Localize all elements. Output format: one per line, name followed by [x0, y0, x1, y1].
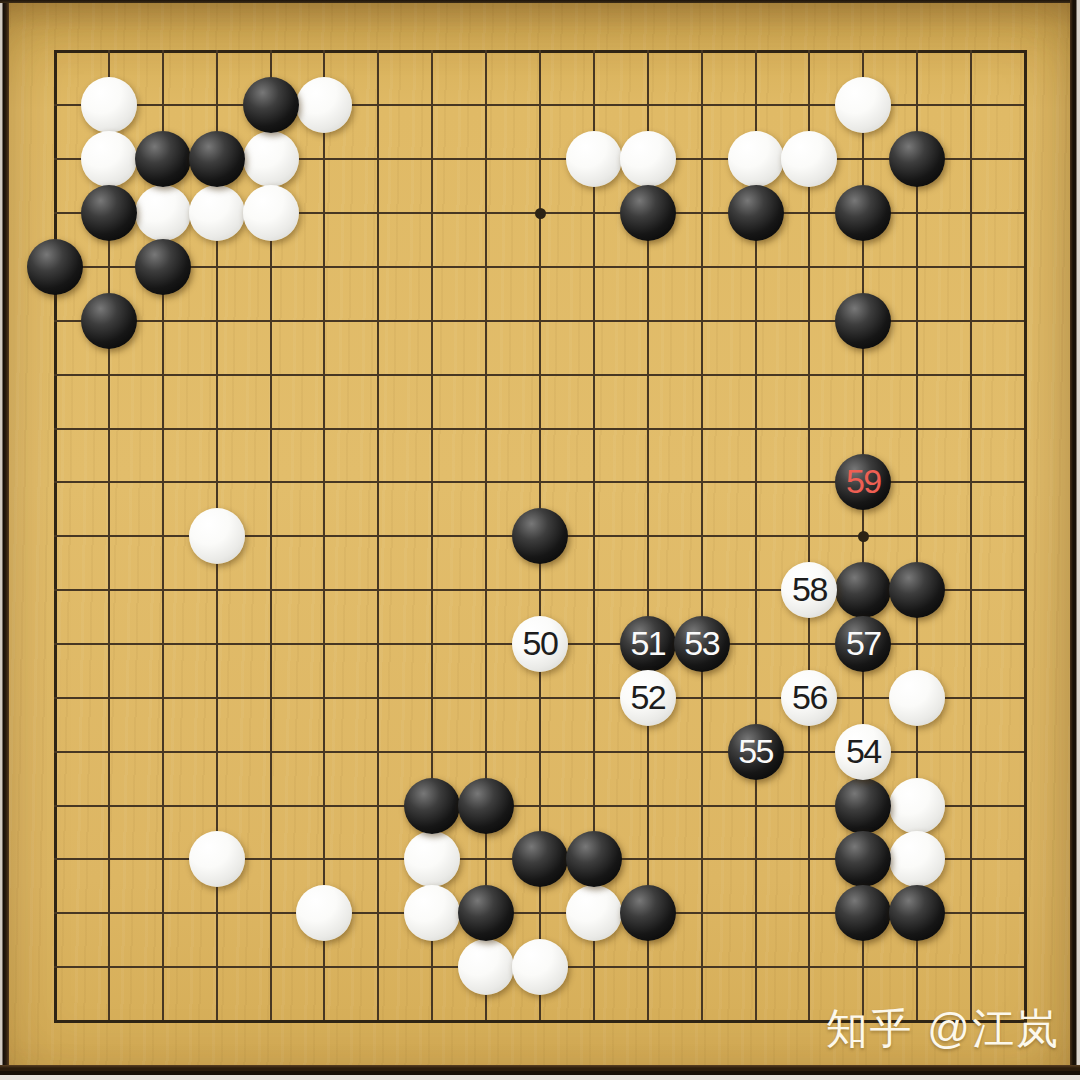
- star-point: [858, 531, 869, 542]
- white-stone-move-56: 56: [781, 670, 837, 726]
- black-stone: [243, 77, 299, 133]
- go-board-diagram: 50515253545556575859 知乎 @江岚: [0, 0, 1080, 1080]
- star-point: [535, 208, 546, 219]
- black-stone: [835, 885, 891, 941]
- move-number-label: 54: [846, 734, 881, 768]
- white-stone: [889, 831, 945, 887]
- move-number-label: 58: [792, 572, 827, 606]
- black-stone-move-57: 57: [835, 616, 891, 672]
- white-stone-move-52: 52: [620, 670, 676, 726]
- white-stone: [566, 885, 622, 941]
- white-stone: [566, 131, 622, 187]
- black-stone: [835, 293, 891, 349]
- grid-line-vertical: [1024, 50, 1027, 1023]
- grid-line-vertical: [970, 50, 972, 1023]
- white-stone: [243, 131, 299, 187]
- move-number-label: 52: [630, 680, 665, 714]
- black-stone-move-53: 53: [674, 616, 730, 672]
- white-stone: [404, 885, 460, 941]
- black-stone: [512, 831, 568, 887]
- white-stone: [404, 831, 460, 887]
- white-stone: [296, 77, 352, 133]
- move-number-label: 56: [792, 680, 827, 714]
- white-stone-move-50: 50: [512, 616, 568, 672]
- move-number-label: 57: [846, 626, 881, 660]
- white-stone: [889, 670, 945, 726]
- black-stone-move-55: 55: [728, 724, 784, 780]
- grid-line-vertical: [808, 50, 810, 1023]
- white-stone: [189, 831, 245, 887]
- white-stone: [835, 77, 891, 133]
- black-stone: [27, 239, 83, 295]
- black-stone: [620, 885, 676, 941]
- black-stone: [189, 131, 245, 187]
- white-stone: [889, 778, 945, 834]
- black-stone-move-51: 51: [620, 616, 676, 672]
- move-number-label: 59: [846, 464, 881, 498]
- move-number-label: 50: [523, 626, 558, 660]
- grid-line-horizontal: [54, 697, 1027, 699]
- black-stone: [458, 885, 514, 941]
- white-stone: [296, 885, 352, 941]
- black-stone: [81, 185, 137, 241]
- black-stone: [728, 185, 784, 241]
- white-stone: [135, 185, 191, 241]
- black-stone-move-59: 59: [835, 454, 891, 510]
- white-stone-move-58: 58: [781, 562, 837, 618]
- black-stone: [620, 185, 676, 241]
- black-stone: [404, 778, 460, 834]
- black-stone: [889, 131, 945, 187]
- white-stone: [243, 185, 299, 241]
- white-stone: [458, 939, 514, 995]
- black-stone: [135, 239, 191, 295]
- white-stone: [81, 77, 137, 133]
- black-stone: [566, 831, 622, 887]
- watermark-text: 知乎 @江岚: [826, 1005, 1060, 1052]
- board-frame-bottom: [0, 1065, 1080, 1080]
- white-stone: [512, 939, 568, 995]
- black-stone: [835, 185, 891, 241]
- white-stone: [781, 131, 837, 187]
- black-stone: [835, 831, 891, 887]
- move-number-label: 51: [630, 626, 665, 660]
- white-stone: [189, 508, 245, 564]
- white-stone: [81, 131, 137, 187]
- white-stone: [620, 131, 676, 187]
- black-stone: [835, 562, 891, 618]
- white-stone-move-54: 54: [835, 724, 891, 780]
- black-stone: [458, 778, 514, 834]
- black-stone: [889, 885, 945, 941]
- move-number-label: 55: [738, 734, 773, 768]
- black-stone: [889, 562, 945, 618]
- move-number-label: 53: [684, 626, 719, 660]
- black-stone: [135, 131, 191, 187]
- board-frame-right: [1070, 0, 1080, 1080]
- black-stone: [81, 293, 137, 349]
- board-frame-top: [0, 0, 1080, 3]
- grid-line-vertical: [701, 50, 703, 1023]
- white-stone: [189, 185, 245, 241]
- black-stone: [512, 508, 568, 564]
- black-stone: [835, 778, 891, 834]
- white-stone: [728, 131, 784, 187]
- watermark: 知乎 @江岚: [826, 1001, 1060, 1057]
- board-frame-left: [0, 0, 9, 1080]
